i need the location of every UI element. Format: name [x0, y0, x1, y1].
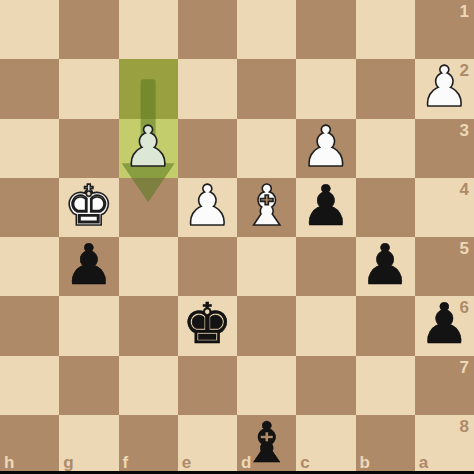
- square-g7[interactable]: [59, 356, 118, 415]
- square-b6[interactable]: [356, 296, 415, 355]
- square-d4[interactable]: ♝: [237, 178, 296, 237]
- chess-board: 1♟2♟♟3♚♟♝♟4♟♟5♚♟67hgfe♝dcb8a: [0, 0, 474, 474]
- square-a4[interactable]: 4: [415, 178, 474, 237]
- square-d3[interactable]: [237, 119, 296, 178]
- file-label-b: b: [360, 454, 370, 471]
- square-e8[interactable]: e: [178, 415, 237, 474]
- square-a8[interactable]: 8a: [415, 415, 474, 474]
- rank-label-4: 4: [460, 181, 469, 198]
- square-b4[interactable]: [356, 178, 415, 237]
- square-g3[interactable]: [59, 119, 118, 178]
- square-c8[interactable]: c: [296, 415, 355, 474]
- square-f1[interactable]: [119, 0, 178, 59]
- square-a6[interactable]: ♟6: [415, 296, 474, 355]
- piece-white-pawn[interactable]: ♟: [296, 119, 355, 178]
- square-e5[interactable]: [178, 237, 237, 296]
- square-h6[interactable]: [0, 296, 59, 355]
- square-h8[interactable]: h: [0, 415, 59, 474]
- square-g1[interactable]: [59, 0, 118, 59]
- piece-black-pawn[interactable]: ♟: [356, 237, 415, 296]
- square-e7[interactable]: [178, 356, 237, 415]
- rank-label-1: 1: [460, 3, 469, 20]
- square-a2[interactable]: ♟2: [415, 59, 474, 118]
- square-d1[interactable]: [237, 0, 296, 59]
- square-h1[interactable]: [0, 0, 59, 59]
- square-f2[interactable]: [119, 59, 178, 118]
- square-a5[interactable]: 5: [415, 237, 474, 296]
- rank-label-6: 6: [460, 299, 469, 316]
- square-c4[interactable]: ♟: [296, 178, 355, 237]
- board-container: 1♟2♟♟3♚♟♝♟4♟♟5♚♟67hgfe♝dcb8a: [0, 0, 474, 474]
- square-d8[interactable]: ♝d: [237, 415, 296, 474]
- square-h7[interactable]: [0, 356, 59, 415]
- file-label-e: e: [182, 454, 191, 471]
- square-a1[interactable]: 1: [415, 0, 474, 59]
- piece-white-pawn[interactable]: ♟: [178, 178, 237, 237]
- file-label-a: a: [419, 454, 428, 471]
- piece-white-king[interactable]: ♚: [59, 178, 118, 237]
- square-b1[interactable]: [356, 0, 415, 59]
- square-b3[interactable]: [356, 119, 415, 178]
- square-f8[interactable]: f: [119, 415, 178, 474]
- square-b8[interactable]: b: [356, 415, 415, 474]
- square-a3[interactable]: 3: [415, 119, 474, 178]
- square-b5[interactable]: ♟: [356, 237, 415, 296]
- square-e6[interactable]: ♚: [178, 296, 237, 355]
- square-g2[interactable]: [59, 59, 118, 118]
- square-c7[interactable]: [296, 356, 355, 415]
- square-f5[interactable]: [119, 237, 178, 296]
- square-h4[interactable]: [0, 178, 59, 237]
- square-b2[interactable]: [356, 59, 415, 118]
- square-c6[interactable]: [296, 296, 355, 355]
- piece-black-king[interactable]: ♚: [178, 296, 237, 355]
- square-b7[interactable]: [356, 356, 415, 415]
- rank-label-7: 7: [460, 359, 469, 376]
- rank-label-3: 3: [460, 122, 469, 139]
- square-f6[interactable]: [119, 296, 178, 355]
- square-h3[interactable]: [0, 119, 59, 178]
- square-g5[interactable]: ♟: [59, 237, 118, 296]
- square-g8[interactable]: g: [59, 415, 118, 474]
- file-label-d: d: [241, 454, 251, 471]
- square-d7[interactable]: [237, 356, 296, 415]
- square-a7[interactable]: 7: [415, 356, 474, 415]
- file-label-h: h: [4, 454, 14, 471]
- square-h5[interactable]: [0, 237, 59, 296]
- square-f3[interactable]: ♟: [119, 119, 178, 178]
- square-c1[interactable]: [296, 0, 355, 59]
- square-d5[interactable]: [237, 237, 296, 296]
- square-c5[interactable]: [296, 237, 355, 296]
- square-g4[interactable]: ♚: [59, 178, 118, 237]
- square-f4[interactable]: [119, 178, 178, 237]
- square-e4[interactable]: ♟: [178, 178, 237, 237]
- square-c3[interactable]: ♟: [296, 119, 355, 178]
- square-d6[interactable]: [237, 296, 296, 355]
- rank-label-5: 5: [460, 240, 469, 257]
- piece-black-pawn[interactable]: ♟: [59, 237, 118, 296]
- square-f7[interactable]: [119, 356, 178, 415]
- square-e2[interactable]: [178, 59, 237, 118]
- file-label-f: f: [123, 454, 129, 471]
- rank-label-2: 2: [460, 62, 469, 79]
- square-e3[interactable]: [178, 119, 237, 178]
- square-c2[interactable]: [296, 59, 355, 118]
- piece-black-pawn[interactable]: ♟: [296, 178, 355, 237]
- square-g6[interactable]: [59, 296, 118, 355]
- file-label-c: c: [300, 454, 309, 471]
- square-d2[interactable]: [237, 59, 296, 118]
- rank-label-8: 8: [460, 418, 469, 435]
- square-h2[interactable]: [0, 59, 59, 118]
- piece-white-pawn[interactable]: ♟: [119, 119, 178, 178]
- piece-white-bishop[interactable]: ♝: [237, 178, 296, 237]
- square-e1[interactable]: [178, 0, 237, 59]
- file-label-g: g: [63, 454, 73, 471]
